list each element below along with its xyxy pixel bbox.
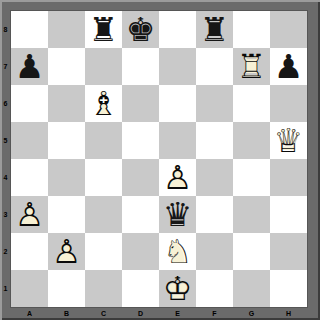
square-f3[interactable] <box>196 196 233 233</box>
file-label-b: B <box>48 307 85 320</box>
rank-label-8: 8 <box>0 11 11 48</box>
square-a6[interactable] <box>11 85 48 122</box>
square-c3[interactable] <box>85 196 122 233</box>
chessboard-frame: 87654321 ♜♚♜♟♜♖♟♝♗♛♕♟♙♟♙♛♟♙♞♘♚♔ ABCDEFGH <box>0 0 320 320</box>
file-label-a: A <box>11 307 48 320</box>
file-labels: ABCDEFGH <box>11 307 307 320</box>
white-king-outline-glyph: ♔ <box>159 270 196 307</box>
rank-label-7: 7 <box>0 48 11 85</box>
piece-white-pawn[interactable]: ♟♙ <box>159 159 196 196</box>
square-c7[interactable] <box>85 48 122 85</box>
square-c2[interactable] <box>85 233 122 270</box>
square-b2[interactable]: ♟♙ <box>48 233 85 270</box>
square-g1[interactable] <box>233 270 270 307</box>
square-a3[interactable]: ♟♙ <box>11 196 48 233</box>
square-f2[interactable] <box>196 233 233 270</box>
black-king-glyph: ♚ <box>122 11 159 48</box>
square-e5[interactable] <box>159 122 196 159</box>
square-e1[interactable]: ♚♔ <box>159 270 196 307</box>
white-pawn-outline-glyph: ♙ <box>159 159 196 196</box>
square-g8[interactable] <box>233 11 270 48</box>
black-pawn-glyph: ♟ <box>11 48 48 85</box>
file-label-f: F <box>196 307 233 320</box>
rank-label-3: 3 <box>0 196 11 233</box>
white-pawn-outline-glyph: ♙ <box>48 233 85 270</box>
square-e4[interactable]: ♟♙ <box>159 159 196 196</box>
white-rook-outline-glyph: ♖ <box>233 48 270 85</box>
square-b7[interactable] <box>48 48 85 85</box>
square-a7[interactable]: ♟ <box>11 48 48 85</box>
square-d6[interactable] <box>122 85 159 122</box>
piece-white-rook[interactable]: ♜♖ <box>233 48 270 85</box>
square-b8[interactable] <box>48 11 85 48</box>
square-c5[interactable] <box>85 122 122 159</box>
square-c1[interactable] <box>85 270 122 307</box>
square-c8[interactable]: ♜ <box>85 11 122 48</box>
piece-black-queen[interactable]: ♛ <box>159 196 196 233</box>
square-d7[interactable] <box>122 48 159 85</box>
square-g7[interactable]: ♜♖ <box>233 48 270 85</box>
file-label-d: D <box>122 307 159 320</box>
square-g2[interactable] <box>233 233 270 270</box>
square-b3[interactable] <box>48 196 85 233</box>
square-d2[interactable] <box>122 233 159 270</box>
file-label-g: G <box>233 307 270 320</box>
square-h8[interactable] <box>270 11 307 48</box>
black-rook-glyph: ♜ <box>196 11 233 48</box>
square-g4[interactable] <box>233 159 270 196</box>
square-f4[interactable] <box>196 159 233 196</box>
piece-black-rook[interactable]: ♜ <box>196 11 233 48</box>
white-pawn-outline-glyph: ♙ <box>11 196 48 233</box>
square-g6[interactable] <box>233 85 270 122</box>
rank-label-1: 1 <box>0 270 11 307</box>
square-f8[interactable]: ♜ <box>196 11 233 48</box>
rank-label-5: 5 <box>0 122 11 159</box>
square-a2[interactable] <box>11 233 48 270</box>
piece-white-pawn[interactable]: ♟♙ <box>11 196 48 233</box>
square-h1[interactable] <box>270 270 307 307</box>
piece-white-pawn[interactable]: ♟♙ <box>48 233 85 270</box>
piece-white-king[interactable]: ♚♔ <box>159 270 196 307</box>
file-label-e: E <box>159 307 196 320</box>
piece-white-knight[interactable]: ♞♘ <box>159 233 196 270</box>
square-b5[interactable] <box>48 122 85 159</box>
black-rook-glyph: ♜ <box>85 11 122 48</box>
file-label-c: C <box>85 307 122 320</box>
square-c4[interactable] <box>85 159 122 196</box>
square-d8[interactable]: ♚ <box>122 11 159 48</box>
square-a8[interactable] <box>11 11 48 48</box>
square-g3[interactable] <box>233 196 270 233</box>
square-h6[interactable] <box>270 85 307 122</box>
square-f6[interactable] <box>196 85 233 122</box>
square-e8[interactable] <box>159 11 196 48</box>
square-a5[interactable] <box>11 122 48 159</box>
square-h7[interactable]: ♟ <box>270 48 307 85</box>
rank-labels: 87654321 <box>0 11 11 307</box>
square-b6[interactable] <box>48 85 85 122</box>
square-d3[interactable] <box>122 196 159 233</box>
black-pawn-glyph: ♟ <box>270 48 307 85</box>
square-e7[interactable] <box>159 48 196 85</box>
square-f1[interactable] <box>196 270 233 307</box>
square-d4[interactable] <box>122 159 159 196</box>
piece-black-rook[interactable]: ♜ <box>85 11 122 48</box>
rank-label-6: 6 <box>0 85 11 122</box>
rank-label-2: 2 <box>0 233 11 270</box>
rank-label-4: 4 <box>0 159 11 196</box>
white-knight-outline-glyph: ♘ <box>159 233 196 270</box>
square-a1[interactable] <box>11 270 48 307</box>
square-e3[interactable]: ♛ <box>159 196 196 233</box>
square-e2[interactable]: ♞♘ <box>159 233 196 270</box>
piece-black-pawn[interactable]: ♟ <box>270 48 307 85</box>
square-h5[interactable]: ♛♕ <box>270 122 307 159</box>
piece-white-bishop[interactable]: ♝♗ <box>85 85 122 122</box>
square-d1[interactable] <box>122 270 159 307</box>
black-queen-glyph: ♛ <box>159 196 196 233</box>
square-f5[interactable] <box>196 122 233 159</box>
square-c6[interactable]: ♝♗ <box>85 85 122 122</box>
chessboard[interactable]: ♜♚♜♟♜♖♟♝♗♛♕♟♙♟♙♛♟♙♞♘♚♔ <box>11 11 307 307</box>
square-h3[interactable] <box>270 196 307 233</box>
square-g5[interactable] <box>233 122 270 159</box>
piece-black-pawn[interactable]: ♟ <box>11 48 48 85</box>
piece-black-king[interactable]: ♚ <box>122 11 159 48</box>
white-bishop-outline-glyph: ♗ <box>85 85 122 122</box>
square-b4[interactable] <box>48 159 85 196</box>
file-label-h: H <box>270 307 307 320</box>
piece-white-queen[interactable]: ♛♕ <box>270 122 307 159</box>
square-f7[interactable] <box>196 48 233 85</box>
square-b1[interactable] <box>48 270 85 307</box>
square-h4[interactable] <box>270 159 307 196</box>
square-e6[interactable] <box>159 85 196 122</box>
square-a4[interactable] <box>11 159 48 196</box>
white-queen-outline-glyph: ♕ <box>270 122 307 159</box>
square-h2[interactable] <box>270 233 307 270</box>
square-d5[interactable] <box>122 122 159 159</box>
